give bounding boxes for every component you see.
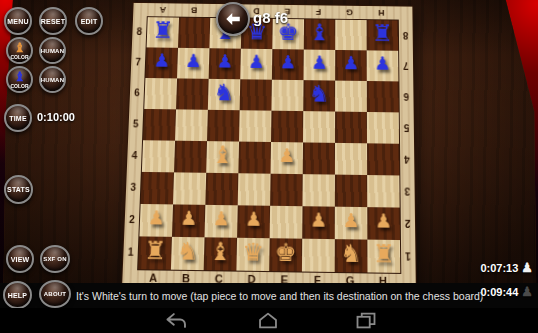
square-d4[interactable] (238, 142, 271, 174)
piece-white-bishop[interactable]: ♝ (209, 236, 232, 267)
square-a2[interactable]: ♟ (139, 204, 173, 237)
back-arrow-icon (224, 10, 242, 28)
coordinate-label: 2 (129, 213, 135, 224)
piece-white-rook[interactable]: ♜ (373, 239, 395, 270)
square-f2[interactable]: ♟ (302, 206, 335, 239)
status-message-bar: It's White's turn to move (tap piece to … (0, 283, 538, 308)
coordinate-label: 1 (128, 246, 134, 257)
coordinate-label: 8 (403, 30, 409, 40)
white-color-button[interactable]: ♝ COLOR (6, 37, 33, 64)
stats-button[interactable]: STATS (4, 175, 33, 204)
piece-white-pawn[interactable]: ♟ (180, 204, 198, 235)
sxf-toggle-button[interactable]: SXF ON (40, 245, 70, 273)
square-b5[interactable] (175, 109, 208, 141)
coordinate-label: 3 (130, 181, 136, 192)
piece-black-knight[interactable]: ♞ (308, 79, 329, 108)
chess-board[interactable]: ABCDEFGH 87654321 ♜♝♛♚♝♜♟♟♟♟♟♟♟♟♞♞♝♟♟♟♟♟… (121, 2, 417, 290)
square-c7[interactable]: ♟ (209, 48, 241, 79)
square-b8[interactable] (178, 18, 210, 49)
square-h4[interactable] (367, 143, 399, 175)
piece-white-queen[interactable]: ♛ (242, 237, 264, 268)
piece-black-pawn[interactable]: ♟ (184, 47, 202, 76)
square-b6[interactable] (176, 78, 209, 109)
coordinate-label: B (191, 6, 198, 15)
square-e7[interactable]: ♟ (272, 49, 304, 80)
coordinate-label: 1 (405, 250, 411, 261)
square-g1[interactable]: ♞ (335, 239, 368, 272)
black-piece-icon: ♝ (14, 71, 26, 83)
square-g8[interactable] (335, 20, 366, 51)
black-color-button[interactable]: ♝ COLOR (6, 66, 33, 93)
piece-black-pawn[interactable]: ♟ (343, 49, 360, 78)
nav-home-icon[interactable] (255, 312, 281, 329)
nav-recents-icon[interactable] (353, 312, 379, 329)
square-d2[interactable]: ♟ (237, 205, 270, 238)
square-c3[interactable] (205, 173, 238, 206)
square-h8[interactable]: ♜ (367, 20, 399, 51)
square-c1[interactable]: ♝ (204, 237, 237, 270)
piece-black-rook[interactable]: ♜ (152, 16, 174, 45)
piece-white-pawn[interactable]: ♟ (310, 205, 327, 236)
last-move-label: g8 f6 (253, 9, 288, 26)
square-h1[interactable]: ♜ (367, 240, 400, 273)
rank-labels-right: 87654321 (399, 20, 416, 275)
menu-button[interactable]: MENU (4, 7, 32, 35)
square-g3[interactable] (335, 175, 367, 208)
coordinate-label: 4 (131, 149, 137, 160)
square-f6[interactable]: ♞ (303, 80, 335, 111)
square-a1[interactable]: ♜ (138, 236, 172, 269)
square-d1[interactable]: ♛ (236, 238, 269, 271)
black-pawn-icon: ♟ (521, 285, 533, 298)
piece-black-pawn[interactable]: ♟ (374, 50, 391, 79)
square-e3[interactable] (270, 174, 303, 207)
square-g7[interactable]: ♟ (335, 50, 367, 81)
coordinate-label: 8 (136, 26, 142, 36)
coordinate-label: F (316, 7, 321, 16)
piece-white-pawn[interactable]: ♟ (245, 204, 263, 235)
square-d6[interactable] (240, 79, 272, 110)
white-pawn-icon: ♟ (521, 261, 533, 274)
square-e1[interactable]: ♚ (269, 238, 302, 271)
square-e2[interactable] (270, 206, 303, 239)
square-b4[interactable] (174, 141, 207, 173)
piece-white-pawn[interactable]: ♟ (212, 204, 230, 235)
black-player-type-button[interactable]: HUMAN (39, 66, 66, 93)
chess-app-screen: ABCDEFGH 87654321 ♜♝♛♚♝♜♟♟♟♟♟♟♟♟♞♞♝♟♟♟♟♟… (0, 0, 538, 333)
piece-white-bishop[interactable]: ♝ (212, 140, 234, 170)
edit-button[interactable]: EDIT (75, 7, 103, 35)
white-player-type-button[interactable]: HUMAN (39, 37, 66, 64)
piece-black-rook[interactable]: ♜ (372, 19, 393, 48)
square-b2[interactable]: ♟ (172, 204, 205, 237)
piece-black-pawn[interactable]: ♟ (216, 47, 233, 76)
view-button[interactable]: VIEW (6, 245, 34, 273)
piece-white-pawn[interactable]: ♟ (375, 206, 393, 237)
coordinate-label: G (347, 8, 354, 17)
square-e5[interactable] (271, 111, 303, 143)
square-b1[interactable]: ♞ (171, 237, 205, 270)
white-clock: 0:07:13 ♟ (480, 261, 533, 274)
time-button[interactable]: TIME (4, 104, 32, 132)
coordinate-label: 6 (134, 87, 140, 98)
square-f4[interactable] (303, 142, 335, 174)
piece-white-king[interactable]: ♚ (275, 237, 297, 268)
coordinate-label: 2 (405, 217, 411, 228)
square-g4[interactable] (335, 143, 367, 175)
square-g6[interactable] (335, 81, 367, 112)
piece-white-pawn[interactable]: ♟ (147, 203, 165, 234)
square-f3[interactable] (302, 174, 334, 207)
coordinate-label: 7 (135, 56, 141, 67)
undo-move-button[interactable] (216, 2, 250, 36)
turn-message: It's White's turn to move (tap piece to … (76, 290, 483, 302)
piece-black-pawn[interactable]: ♟ (248, 48, 265, 77)
about-button[interactable]: ABOUT (39, 280, 71, 308)
coordinate-label: 5 (404, 122, 410, 133)
piece-white-knight[interactable]: ♞ (176, 236, 199, 267)
piece-white-knight[interactable]: ♞ (340, 238, 362, 269)
square-h5[interactable] (367, 112, 399, 144)
android-nav-bar (0, 308, 538, 333)
square-f1[interactable] (302, 239, 335, 272)
square-f8[interactable]: ♝ (304, 19, 336, 50)
square-a3[interactable] (141, 172, 174, 205)
nav-back-icon[interactable] (164, 312, 190, 329)
board-grid[interactable]: ♜♝♛♚♝♜♟♟♟♟♟♟♟♟♞♞♝♟♟♟♟♟♟♟♟♜♞♝♛♚♞♜ (137, 16, 401, 274)
white-piece-icon: ♝ (14, 42, 26, 54)
square-h2[interactable]: ♟ (367, 207, 400, 240)
square-a8[interactable]: ♜ (147, 17, 179, 48)
piece-black-pawn[interactable]: ♟ (311, 49, 328, 78)
square-h7[interactable]: ♟ (367, 50, 399, 81)
piece-white-pawn[interactable]: ♟ (278, 141, 295, 171)
piece-black-bishop[interactable]: ♝ (309, 18, 330, 47)
reset-button[interactable]: RESET (39, 7, 67, 35)
square-a6[interactable] (144, 78, 177, 109)
square-h6[interactable] (367, 81, 399, 112)
square-f7[interactable]: ♟ (304, 50, 336, 81)
piece-black-pawn[interactable]: ♟ (153, 47, 171, 76)
square-a4[interactable] (142, 140, 175, 172)
coordinate-label: H (378, 8, 384, 17)
square-d7[interactable]: ♟ (240, 49, 272, 80)
piece-white-rook[interactable]: ♜ (144, 235, 167, 266)
square-c4[interactable]: ♝ (206, 141, 239, 173)
black-clock: 0:09:44 ♟ (480, 285, 533, 298)
square-a5[interactable] (143, 109, 176, 141)
square-e4[interactable]: ♟ (271, 142, 303, 174)
square-g2[interactable]: ♟ (335, 207, 368, 240)
coordinate-label: 6 (404, 91, 410, 102)
square-c6[interactable]: ♞ (208, 79, 240, 110)
square-e6[interactable] (271, 80, 303, 111)
piece-black-knight[interactable]: ♞ (213, 78, 235, 107)
coordinate-label: A (159, 5, 166, 14)
help-button[interactable]: HELP (3, 281, 32, 309)
square-b3[interactable] (173, 172, 206, 205)
coordinate-label: 5 (133, 118, 139, 129)
square-c5[interactable] (207, 110, 240, 142)
coordinate-label: 3 (405, 185, 411, 196)
square-g5[interactable] (335, 112, 367, 144)
square-d5[interactable] (239, 110, 271, 142)
square-f5[interactable] (303, 111, 335, 143)
piece-black-pawn[interactable]: ♟ (279, 48, 296, 77)
coordinate-label: 7 (403, 60, 409, 71)
square-b7[interactable]: ♟ (177, 48, 209, 79)
square-c2[interactable]: ♟ (205, 205, 238, 238)
piece-white-pawn[interactable]: ♟ (342, 206, 359, 237)
square-d3[interactable] (238, 173, 271, 206)
square-h3[interactable] (367, 175, 400, 208)
time-setting-value: 0:10:00 (37, 111, 75, 123)
square-a7[interactable]: ♟ (145, 47, 178, 78)
coordinate-label: 4 (404, 153, 410, 164)
